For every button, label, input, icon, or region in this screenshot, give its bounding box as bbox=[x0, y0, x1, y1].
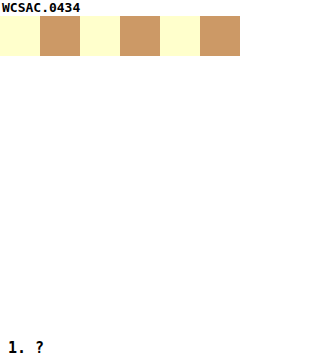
move-prompt-bar: 1. ? bbox=[0, 336, 320, 360]
chess-board bbox=[0, 16, 320, 336]
square-e8[interactable] bbox=[160, 16, 200, 56]
chess-puzzle-window: WCSAC.0434 1. ? bbox=[0, 0, 320, 360]
square-b8[interactable] bbox=[40, 16, 80, 56]
square-a8[interactable] bbox=[0, 16, 40, 56]
square-f8[interactable] bbox=[200, 16, 240, 56]
move-prompt: 1. ? bbox=[8, 336, 44, 360]
square-c8[interactable] bbox=[80, 16, 120, 56]
square-d8[interactable] bbox=[120, 16, 160, 56]
puzzle-id: WCSAC.0434 bbox=[2, 0, 80, 16]
puzzle-header: WCSAC.0434 bbox=[0, 0, 320, 16]
